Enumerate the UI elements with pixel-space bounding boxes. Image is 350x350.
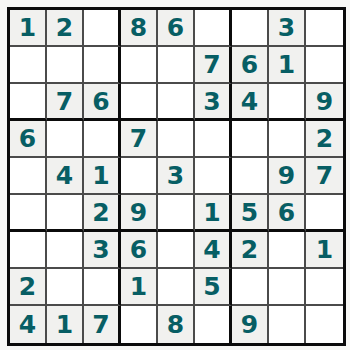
cell-r6c5[interactable] bbox=[158, 195, 195, 232]
cell-r8c9[interactable] bbox=[306, 269, 343, 306]
cell-r7c6: 4 bbox=[195, 232, 232, 269]
cell-r3c6: 3 bbox=[195, 84, 232, 121]
cell-r6c4: 9 bbox=[121, 195, 158, 232]
cell-r4c8[interactable] bbox=[269, 121, 306, 158]
cell-r3c7: 4 bbox=[232, 84, 269, 121]
cell-r9c2: 1 bbox=[47, 306, 84, 343]
cell-r6c2[interactable] bbox=[47, 195, 84, 232]
cell-r6c6: 1 bbox=[195, 195, 232, 232]
cell-r2c4[interactable] bbox=[121, 47, 158, 84]
cell-r3c5[interactable] bbox=[158, 84, 195, 121]
cell-r7c5[interactable] bbox=[158, 232, 195, 269]
cell-r2c3[interactable] bbox=[84, 47, 121, 84]
cell-r5c1[interactable] bbox=[10, 158, 47, 195]
cell-r4c2[interactable] bbox=[47, 121, 84, 158]
cell-r1c5: 6 bbox=[158, 10, 195, 47]
cell-r9c6[interactable] bbox=[195, 306, 232, 343]
cell-r9c1: 4 bbox=[10, 306, 47, 343]
cell-r4c5[interactable] bbox=[158, 121, 195, 158]
cell-r8c3[interactable] bbox=[84, 269, 121, 306]
cell-r1c1: 1 bbox=[10, 10, 47, 47]
cell-r5c4[interactable] bbox=[121, 158, 158, 195]
cell-r2c8: 1 bbox=[269, 47, 306, 84]
cell-r9c3: 7 bbox=[84, 306, 121, 343]
cell-r3c9: 9 bbox=[306, 84, 343, 121]
cell-r6c7: 5 bbox=[232, 195, 269, 232]
cell-r9c8[interactable] bbox=[269, 306, 306, 343]
cell-r1c4: 8 bbox=[121, 10, 158, 47]
cell-r2c1[interactable] bbox=[10, 47, 47, 84]
cell-r4c9: 2 bbox=[306, 121, 343, 158]
cell-r6c3: 2 bbox=[84, 195, 121, 232]
cell-r2c6: 7 bbox=[195, 47, 232, 84]
sudoku-page: 128637617634967241397291563642121541789 bbox=[0, 0, 350, 346]
cell-r9c7: 9 bbox=[232, 306, 269, 343]
cell-r8c8[interactable] bbox=[269, 269, 306, 306]
cell-r3c4[interactable] bbox=[121, 84, 158, 121]
cell-r4c4: 7 bbox=[121, 121, 158, 158]
cell-r4c7[interactable] bbox=[232, 121, 269, 158]
cell-r6c1[interactable] bbox=[10, 195, 47, 232]
cell-r1c3[interactable] bbox=[84, 10, 121, 47]
cell-r8c6: 5 bbox=[195, 269, 232, 306]
cell-r4c6[interactable] bbox=[195, 121, 232, 158]
cell-r8c1: 2 bbox=[10, 269, 47, 306]
cell-r5c6[interactable] bbox=[195, 158, 232, 195]
cell-r3c8[interactable] bbox=[269, 84, 306, 121]
cell-r9c4[interactable] bbox=[121, 306, 158, 343]
cell-r2c2[interactable] bbox=[47, 47, 84, 84]
cell-r1c8: 3 bbox=[269, 10, 306, 47]
cell-r3c3: 6 bbox=[84, 84, 121, 121]
cell-r9c5: 8 bbox=[158, 306, 195, 343]
cell-r4c3[interactable] bbox=[84, 121, 121, 158]
cell-r7c8[interactable] bbox=[269, 232, 306, 269]
cell-r3c1[interactable] bbox=[10, 84, 47, 121]
cell-r7c9: 1 bbox=[306, 232, 343, 269]
cell-r7c1[interactable] bbox=[10, 232, 47, 269]
cell-r8c5[interactable] bbox=[158, 269, 195, 306]
cell-r5c7[interactable] bbox=[232, 158, 269, 195]
cell-r2c9[interactable] bbox=[306, 47, 343, 84]
cell-r1c7[interactable] bbox=[232, 10, 269, 47]
cell-r7c4: 6 bbox=[121, 232, 158, 269]
cell-r8c4: 1 bbox=[121, 269, 158, 306]
cell-r8c2[interactable] bbox=[47, 269, 84, 306]
cell-r3c2: 7 bbox=[47, 84, 84, 121]
cell-r6c9[interactable] bbox=[306, 195, 343, 232]
cell-r1c6[interactable] bbox=[195, 10, 232, 47]
sudoku-board: 128637617634967241397291563642121541789 bbox=[7, 7, 346, 346]
cell-r5c8: 9 bbox=[269, 158, 306, 195]
cell-r6c8: 6 bbox=[269, 195, 306, 232]
cell-r5c5: 3 bbox=[158, 158, 195, 195]
cell-r4c1: 6 bbox=[10, 121, 47, 158]
cell-r7c2[interactable] bbox=[47, 232, 84, 269]
cell-r2c5[interactable] bbox=[158, 47, 195, 84]
cell-r2c7: 6 bbox=[232, 47, 269, 84]
cell-r9c9[interactable] bbox=[306, 306, 343, 343]
cell-r7c7: 2 bbox=[232, 232, 269, 269]
cell-r1c2: 2 bbox=[47, 10, 84, 47]
cell-r5c9: 7 bbox=[306, 158, 343, 195]
cell-r8c7[interactable] bbox=[232, 269, 269, 306]
cell-r5c3: 1 bbox=[84, 158, 121, 195]
cell-r5c2: 4 bbox=[47, 158, 84, 195]
cell-r7c3: 3 bbox=[84, 232, 121, 269]
cell-r1c9[interactable] bbox=[306, 10, 343, 47]
